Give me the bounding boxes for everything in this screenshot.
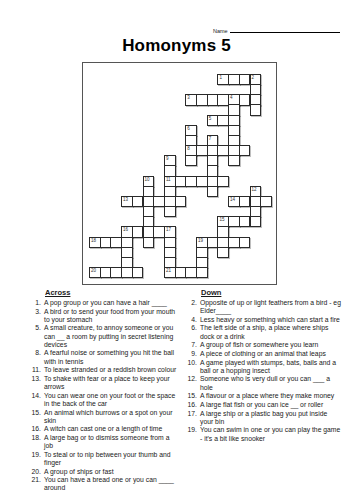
clue-item-number: 8. (28, 349, 41, 365)
grid-cell[interactable] (250, 104, 262, 115)
clue-item-number: 5. (28, 324, 41, 348)
clue-item-text: A large bag or to dismiss someone from a… (44, 434, 180, 450)
clue-number: 14 (230, 197, 235, 202)
clue-item: 14.You can wear one on your foot or the … (28, 392, 180, 408)
clue-number: 5 (209, 116, 212, 121)
clue-item-text: A game played with stumps, bats, bails a… (200, 359, 342, 375)
clue-item-text: A large ship or a plastic bag you put in… (200, 410, 342, 426)
clue-number: 8 (187, 146, 190, 151)
grid-cell[interactable] (143, 237, 155, 248)
grid-cell[interactable] (228, 155, 240, 166)
clue-item: 7.A group of fish or somewhere you learn (184, 341, 342, 349)
clue-item: 16.A witch can cast one or a length of t… (28, 425, 180, 433)
clue-number: 13 (123, 197, 128, 202)
clue-item-number: 9. (184, 350, 197, 358)
grid-cell[interactable] (164, 206, 176, 217)
clue-item-text: An animal which burrows or a spot on you… (44, 409, 180, 425)
grid-cell[interactable] (196, 267, 208, 278)
clue-item-text: You can swim in one or you can play the … (200, 426, 342, 442)
clue-item: 15.A flavour or a place where they make … (184, 392, 342, 400)
clue-item-number: 21. (28, 476, 41, 492)
clue-item: 19.You can swim in one or you can play t… (184, 426, 342, 442)
clue-item: 4.Less heavy or something which can star… (184, 316, 342, 324)
clue-number: 21 (166, 268, 171, 273)
clue-item-text: You can have a bread one or you can ____… (44, 476, 180, 492)
clue-item: 5.A small creature, to annoy someone or … (28, 324, 180, 348)
clue-number: 1 (219, 75, 222, 80)
clue-item-text: A bird or to send your food from your mo… (44, 308, 180, 324)
clue-item-number: 11. (28, 366, 41, 374)
grid-cell[interactable] (250, 216, 262, 227)
clue-number: 20 (91, 268, 96, 273)
clue-item: 3.A bird or to send your food from your … (28, 308, 180, 324)
clue-number: 10 (145, 177, 150, 182)
clue-item-number: 19. (28, 451, 41, 467)
clue-number: 17 (166, 227, 171, 232)
clue-item-text: Someone who is very dull or you can ___ … (200, 375, 342, 391)
grid-cell[interactable] (239, 145, 251, 156)
grid-cell[interactable] (207, 186, 219, 197)
clue-item-number: 18. (28, 434, 41, 450)
clue-number: 3 (187, 95, 190, 100)
grid-cell[interactable] (175, 196, 187, 207)
clue-item: 21.You can have a bread one or you can _… (28, 476, 180, 492)
grid-cell[interactable] (217, 176, 229, 187)
clue-item-number: 13. (28, 375, 41, 391)
clue-item: 9.A piece of clothing or an animal that … (184, 350, 342, 358)
name-label: Name (213, 28, 228, 34)
clue-item-number: 14. (28, 392, 41, 408)
grid-cell[interactable] (239, 237, 251, 248)
clue-item: 2.Opposite of up or light feathers from … (184, 299, 342, 315)
clue-item-number: 16. (28, 425, 41, 433)
clue-number: 16 (123, 227, 128, 232)
clue-item: 20.A group of ships or fast (28, 468, 180, 476)
clue-item-text: A fearful noise or something you hit the… (44, 349, 180, 365)
name-blank-line[interactable] (230, 27, 340, 33)
clue-item: 13.To shake with fear or a place to keep… (28, 375, 180, 391)
grid-cell[interactable] (132, 267, 144, 278)
clue-item-number: 7. (184, 341, 197, 349)
grid-cell[interactable] (260, 196, 272, 207)
clue-item-text: To leave stranded or a reddish brown col… (44, 366, 180, 374)
down-header: Down (201, 288, 342, 297)
clue-item-number: 4. (184, 316, 197, 324)
clue-item-number: 19. (184, 426, 197, 442)
clue-item: 15.An animal which burrows or a spot on … (28, 409, 180, 425)
clue-item: 19.To steal or to nip between your thumb… (28, 451, 180, 467)
page-title: Homonyms 5 (0, 36, 353, 56)
crossword-grid: 123456789101112131415161718192021 (82, 62, 277, 285)
clue-item-text: A witch can cast one or a length of time (44, 425, 180, 433)
clue-item-text: A flavour or a place where they make mon… (200, 392, 342, 400)
clue-item: 6.The left side of a ship, a place where… (184, 324, 342, 340)
clue-item-number: 17. (184, 410, 197, 426)
clue-item-number: 1. (28, 299, 41, 307)
clue-item-text: A group of fish or somewhere you learn (200, 341, 342, 349)
clue-item: 1.A pop group or you can have a hair ___… (28, 299, 180, 307)
clue-number: 4 (230, 95, 233, 100)
clue-item-number: 10. (184, 359, 197, 375)
clue-item-number: 12. (184, 375, 197, 391)
clue-item-number: 2. (184, 299, 197, 315)
clue-item-text: To shake with fear or a place to keep yo… (44, 375, 180, 391)
clue-number: 11 (166, 177, 171, 182)
worksheet-page: { "game": "crossword", "title": "Homonym… (0, 0, 353, 500)
clue-item-text: To steal or to nip between your thumb an… (44, 451, 180, 467)
clue-item: 17.A large ship or a plastic bag you put… (184, 410, 342, 426)
clue-item-text: Opposite of up or light feathers from a … (200, 299, 342, 315)
clue-item-text: The left side of a ship, a place where s… (200, 324, 342, 340)
clue-number: 12 (252, 187, 257, 192)
clue-item: 8.A fearful noise or something you hit t… (28, 349, 180, 365)
clue-number: 7 (209, 136, 212, 141)
clue-item: 18.A large bag or to dismiss someone fro… (28, 434, 180, 450)
grid-cell[interactable] (185, 155, 197, 166)
clue-item: 16.A large flat fish or you can ice __ o… (184, 401, 342, 409)
clue-number: 19 (198, 238, 203, 243)
clue-item: 11.To leave stranded or a reddish brown … (28, 366, 180, 374)
clue-item-text: A group of ships or fast (44, 468, 180, 476)
clue-item-number: 16. (184, 401, 197, 409)
clue-number: 2 (252, 75, 255, 80)
clue-item-text: A piece of clothing or an animal that le… (200, 350, 342, 358)
clue-item-text: A large flat fish or you can ice __ or r… (200, 401, 342, 409)
clue-item-number: 15. (28, 409, 41, 425)
across-header: Across (45, 288, 180, 297)
clue-item: 10.A game played with stumps, bats, bail… (184, 359, 342, 375)
clue-item-text: A pop group or you can have a hair ____ (44, 299, 180, 307)
clue-item-text: A small creature, to annoy someone or yo… (44, 324, 180, 348)
clue-item-number: 15. (184, 392, 197, 400)
clue-number: 18 (91, 238, 96, 243)
clue-number: 6 (187, 126, 190, 131)
name-field[interactable]: Name (213, 27, 340, 34)
clue-number: 15 (219, 217, 224, 222)
clue-item-text: Less heavy or something which can start … (200, 316, 342, 324)
grid-cell[interactable] (217, 247, 229, 258)
clue-item-number: 6. (184, 324, 197, 340)
across-clues: Across 1.A pop group or you can have a h… (28, 288, 180, 493)
clue-number: 9 (166, 156, 169, 161)
clue-item: 12.Someone who is very dull or you can _… (184, 375, 342, 391)
down-clues: Down 2.Opposite of up or light feathers … (184, 288, 342, 443)
clue-item-number: 20. (28, 468, 41, 476)
clue-item-number: 3. (28, 308, 41, 324)
clue-item-text: You can wear one on your foot or the spa… (44, 392, 180, 408)
